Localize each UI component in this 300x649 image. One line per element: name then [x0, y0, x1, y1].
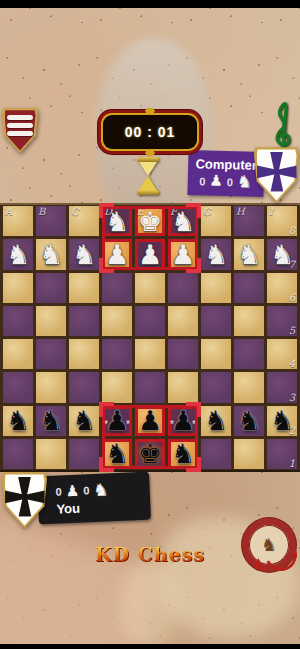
bottom-black-bar: [0, 644, 300, 649]
file-label-c: C: [71, 206, 79, 217]
square-f4[interactable]: [168, 339, 198, 369]
square-g5[interactable]: [201, 306, 231, 336]
square-h2[interactable]: ♞: [234, 406, 264, 436]
square-f3[interactable]: [168, 372, 198, 402]
chess-board[interactable]: ABCD♞E♚F♞GHI8♞♞♞♟♟♟♞♞7♞6543♞♞♞**♟♟**♟♞♞2…: [0, 203, 300, 472]
file-label-a: A: [5, 206, 12, 217]
black-knight[interactable]: ♞: [267, 406, 297, 436]
you-captured-knight-count: 0: [83, 484, 90, 496]
computer-captured-pawn-count: 0: [199, 175, 205, 187]
black-pawn[interactable]: ♟: [135, 406, 165, 436]
white-pawn[interactable]: ♟: [135, 239, 165, 269]
square-e4[interactable]: [135, 339, 165, 369]
square-c1[interactable]: [69, 439, 99, 469]
square-e1[interactable]: ♚: [135, 439, 165, 469]
square-c7[interactable]: ♞: [69, 239, 99, 269]
file-label-i: I: [269, 206, 273, 217]
square-d3[interactable]: [102, 372, 132, 402]
sparkle-effect: *: [126, 419, 130, 430]
square-h8[interactable]: H: [234, 206, 264, 236]
pawn-icon: ♟: [209, 174, 223, 189]
square-g4[interactable]: [201, 339, 231, 369]
white-pawn[interactable]: ♟: [102, 239, 132, 269]
square-i3[interactable]: 3: [267, 372, 297, 402]
square-i2[interactable]: 2♞: [267, 406, 297, 436]
square-a3[interactable]: [3, 372, 33, 402]
white-knight[interactable]: ♞: [102, 206, 132, 236]
square-g7[interactable]: ♞: [201, 239, 231, 269]
square-i5[interactable]: 5: [267, 306, 297, 336]
rank-label-3: 3: [289, 392, 295, 403]
square-d1[interactable]: ♞: [102, 439, 132, 469]
computer-player-banner: Computer 0 ♟ 0 ♞: [187, 150, 264, 197]
square-g2[interactable]: ♞: [201, 406, 231, 436]
rank-label-5: 5: [289, 325, 295, 336]
background-horse-leg-art: [120, 560, 180, 649]
square-c8[interactable]: C: [69, 206, 99, 236]
square-i4[interactable]: 4: [267, 339, 297, 369]
square-d8[interactable]: D♞: [102, 206, 132, 236]
square-f6[interactable]: [168, 273, 198, 303]
you-captured-row: 0 ♟ 0 ♞: [55, 481, 109, 500]
square-b4[interactable]: [36, 339, 66, 369]
square-c2[interactable]: ♞: [69, 406, 99, 436]
square-d6[interactable]: [102, 273, 132, 303]
square-h7[interactable]: ♞: [234, 239, 264, 269]
square-a7[interactable]: ♞: [3, 239, 33, 269]
board-grid[interactable]: ABCD♞E♚F♞GHI8♞♞♞♟♟♟♞♞7♞6543♞♞♞**♟♟**♟♞♞2…: [3, 206, 297, 469]
square-g3[interactable]: [201, 372, 231, 402]
square-f2[interactable]: **♟: [168, 406, 198, 436]
square-b6[interactable]: [36, 273, 66, 303]
square-b8[interactable]: B: [36, 206, 66, 236]
top-black-bar: [0, 0, 300, 8]
knight-icon: ♞: [93, 481, 109, 499]
square-b2[interactable]: ♞: [36, 406, 66, 436]
sparkle-effect: *: [192, 419, 196, 430]
sparkle-effect: *: [104, 419, 108, 430]
white-knight[interactable]: ♞: [201, 239, 231, 269]
square-c4[interactable]: [69, 339, 99, 369]
white-king[interactable]: ♚: [135, 206, 165, 236]
square-h1[interactable]: [234, 439, 264, 469]
square-f5[interactable]: [168, 306, 198, 336]
shield-bars: [7, 115, 32, 139]
square-h3[interactable]: [234, 372, 264, 402]
computer-captured-row: 0 ♟ 0 ♞: [199, 172, 252, 190]
square-c6[interactable]: [69, 273, 99, 303]
file-label-g: G: [203, 206, 211, 217]
white-knight[interactable]: ♞: [267, 239, 297, 269]
square-d2[interactable]: **♟: [102, 406, 132, 436]
left-heraldic-shield: [2, 107, 38, 153]
white-knight[interactable]: ♞: [36, 239, 66, 269]
black-knight[interactable]: ♞: [3, 406, 33, 436]
pawn-icon: ♟: [65, 483, 79, 499]
square-h5[interactable]: [234, 306, 264, 336]
square-e7[interactable]: ♟: [135, 239, 165, 269]
rank-label-8: 8: [289, 225, 295, 236]
you-captured-pawn-count: 0: [55, 485, 62, 497]
square-h6[interactable]: [234, 273, 264, 303]
white-knight[interactable]: ♞: [3, 239, 33, 269]
square-h4[interactable]: [234, 339, 264, 369]
white-knight[interactable]: ♞: [234, 239, 264, 269]
game-timer: 00 : 01: [103, 115, 197, 149]
square-e8[interactable]: E♚: [135, 206, 165, 236]
square-c3[interactable]: [69, 372, 99, 402]
computer-captured-knight-count: 0: [227, 176, 233, 188]
you-player-banner: 0 ♟ 0 ♞ You: [37, 472, 151, 525]
square-f7[interactable]: ♟: [168, 239, 198, 269]
square-b3[interactable]: [36, 372, 66, 402]
square-f8[interactable]: F♞: [168, 206, 198, 236]
square-i7[interactable]: 7♞: [267, 239, 297, 269]
file-label-b: B: [38, 206, 45, 217]
square-d7[interactable]: ♟: [102, 239, 132, 269]
rank-label-4: 4: [289, 358, 295, 369]
square-f1[interactable]: ♞: [168, 439, 198, 469]
templar-seal-badge: ♞: [242, 518, 296, 572]
timer-value: 00 : 01: [125, 124, 176, 140]
square-a2[interactable]: ♞: [3, 406, 33, 436]
black-knight[interactable]: ♞: [102, 439, 132, 469]
maltese-cross-icon: [9, 477, 41, 517]
black-knight[interactable]: ♞: [234, 406, 264, 436]
white-pawn[interactable]: ♟: [168, 239, 198, 269]
maltese-cross-icon: [261, 152, 293, 192]
square-a5[interactable]: [3, 306, 33, 336]
square-a6[interactable]: [3, 273, 33, 303]
sparkle-effect: *: [170, 419, 174, 430]
square-g8[interactable]: G: [201, 206, 231, 236]
square-d5[interactable]: [102, 306, 132, 336]
square-b1[interactable]: [36, 439, 66, 469]
square-a1[interactable]: [3, 439, 33, 469]
computer-crest-shield: [254, 146, 299, 203]
knight-icon: ♞: [237, 173, 253, 190]
square-i8[interactable]: I8: [267, 206, 297, 236]
square-g1[interactable]: [201, 439, 231, 469]
computer-name: Computer: [195, 156, 257, 173]
file-label-h: H: [236, 206, 245, 217]
you-crest-shield: [2, 471, 47, 528]
square-d4[interactable]: [102, 339, 132, 369]
square-b7[interactable]: ♞: [36, 239, 66, 269]
black-king[interactable]: ♚: [135, 439, 165, 469]
white-knight[interactable]: ♞: [69, 239, 99, 269]
white-knight[interactable]: ♞: [168, 206, 198, 236]
hourglass-icon: [137, 157, 159, 195]
square-e3[interactable]: [135, 372, 165, 402]
square-i6[interactable]: 6: [267, 273, 297, 303]
square-e2[interactable]: ♟: [135, 406, 165, 436]
square-i1[interactable]: 1: [267, 439, 297, 469]
square-e5[interactable]: [135, 306, 165, 336]
black-knight[interactable]: ♞: [201, 406, 231, 436]
rank-label-1: 1: [289, 458, 295, 469]
kd-chess-app: 00 : 01 Computer 0 ♟ 0 ♞ ABCD♞E♚F♞GHI8♞♞…: [0, 0, 300, 649]
black-knight[interactable]: ♞: [36, 406, 66, 436]
you-name: You: [56, 500, 80, 516]
square-e6[interactable]: [135, 273, 165, 303]
rank-label-6: 6: [289, 292, 295, 303]
square-g6[interactable]: [201, 273, 231, 303]
black-knight[interactable]: ♞: [69, 406, 99, 436]
square-c5[interactable]: [69, 306, 99, 336]
square-a8[interactable]: A: [3, 206, 33, 236]
black-knight[interactable]: ♞: [168, 439, 198, 469]
square-a4[interactable]: [3, 339, 33, 369]
square-b5[interactable]: [36, 306, 66, 336]
